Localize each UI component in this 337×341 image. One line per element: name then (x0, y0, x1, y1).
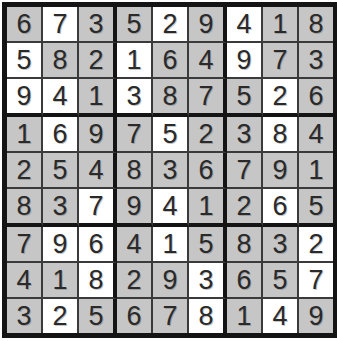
sudoku-cell-r5c4[interactable]: 8 (117, 153, 153, 189)
sudoku-cell-r5c1[interactable]: 2 (7, 153, 43, 189)
sudoku-cell-r3c8[interactable]: 2 (263, 79, 299, 117)
sudoku-cell-r9c2[interactable]: 2 (43, 299, 79, 333)
sudoku-cell-r8c7[interactable]: 6 (227, 263, 263, 299)
sudoku-cell-r5c5[interactable]: 3 (153, 153, 189, 189)
sudoku-cell-r9c8[interactable]: 4 (263, 299, 299, 333)
sudoku-cell-r5c7[interactable]: 7 (227, 153, 263, 189)
page: 6735294185821649739413875261697523842548… (0, 0, 337, 338)
sudoku-cell-r1c9[interactable]: 8 (299, 7, 333, 43)
sudoku-cell-r2c1[interactable]: 5 (7, 43, 43, 79)
sudoku-cell-r8c6[interactable]: 3 (189, 263, 227, 299)
sudoku-cell-r7c7[interactable]: 8 (227, 227, 263, 263)
sudoku-cell-r8c4[interactable]: 2 (117, 263, 153, 299)
sudoku-cell-r3c2[interactable]: 4 (43, 79, 79, 117)
sudoku-board: 6735294185821649739413875261697523842548… (2, 2, 337, 338)
sudoku-cell-r8c9[interactable]: 7 (299, 263, 333, 299)
sudoku-cell-r1c8[interactable]: 1 (263, 7, 299, 43)
sudoku-cell-r5c2[interactable]: 5 (43, 153, 79, 189)
sudoku-cell-r9c7[interactable]: 1 (227, 299, 263, 333)
sudoku-cell-r7c4[interactable]: 4 (117, 227, 153, 263)
sudoku-cell-r1c7[interactable]: 4 (227, 7, 263, 43)
sudoku-cell-r4c8[interactable]: 8 (263, 117, 299, 153)
sudoku-cell-r3c5[interactable]: 8 (153, 79, 189, 117)
sudoku-cell-r2c2[interactable]: 8 (43, 43, 79, 79)
sudoku-cell-r4c3[interactable]: 9 (79, 117, 117, 153)
sudoku-cell-r4c2[interactable]: 6 (43, 117, 79, 153)
sudoku-cell-r3c6[interactable]: 7 (189, 79, 227, 117)
sudoku-cell-r8c3[interactable]: 8 (79, 263, 117, 299)
sudoku-cell-r8c2[interactable]: 1 (43, 263, 79, 299)
sudoku-cell-r7c8[interactable]: 3 (263, 227, 299, 263)
sudoku-cell-r4c4[interactable]: 7 (117, 117, 153, 153)
sudoku-cell-r3c1[interactable]: 9 (7, 79, 43, 117)
sudoku-cell-r6c3[interactable]: 7 (79, 189, 117, 227)
sudoku-cell-r1c4[interactable]: 5 (117, 7, 153, 43)
sudoku-cell-r2c6[interactable]: 4 (189, 43, 227, 79)
sudoku-cell-r6c1[interactable]: 8 (7, 189, 43, 227)
sudoku-cell-r7c5[interactable]: 1 (153, 227, 189, 263)
sudoku-cell-r1c5[interactable]: 2 (153, 7, 189, 43)
sudoku-cell-r9c3[interactable]: 5 (79, 299, 117, 333)
sudoku-cell-r3c4[interactable]: 3 (117, 79, 153, 117)
sudoku-cell-r9c1[interactable]: 3 (7, 299, 43, 333)
sudoku-cell-r7c9[interactable]: 2 (299, 227, 333, 263)
sudoku-cell-r5c8[interactable]: 9 (263, 153, 299, 189)
sudoku-cell-r4c1[interactable]: 1 (7, 117, 43, 153)
sudoku-cell-r5c3[interactable]: 4 (79, 153, 117, 189)
sudoku-cell-r2c3[interactable]: 2 (79, 43, 117, 79)
sudoku-cell-r1c1[interactable]: 6 (7, 7, 43, 43)
sudoku-cell-r3c3[interactable]: 1 (79, 79, 117, 117)
sudoku-cell-r9c6[interactable]: 8 (189, 299, 227, 333)
sudoku-cell-r6c7[interactable]: 2 (227, 189, 263, 227)
sudoku-cell-r1c2[interactable]: 7 (43, 7, 79, 43)
sudoku-cell-r3c9[interactable]: 6 (299, 79, 333, 117)
sudoku-cell-r4c7[interactable]: 3 (227, 117, 263, 153)
sudoku-cell-r6c6[interactable]: 1 (189, 189, 227, 227)
sudoku-cell-r8c5[interactable]: 9 (153, 263, 189, 299)
sudoku-cell-r6c9[interactable]: 5 (299, 189, 333, 227)
sudoku-cell-r2c9[interactable]: 3 (299, 43, 333, 79)
sudoku-cell-r9c4[interactable]: 6 (117, 299, 153, 333)
sudoku-cell-r1c3[interactable]: 3 (79, 7, 117, 43)
sudoku-cell-r7c6[interactable]: 5 (189, 227, 227, 263)
sudoku-cell-r4c5[interactable]: 5 (153, 117, 189, 153)
sudoku-cell-r8c8[interactable]: 5 (263, 263, 299, 299)
sudoku-cell-r6c5[interactable]: 4 (153, 189, 189, 227)
sudoku-cell-r2c7[interactable]: 9 (227, 43, 263, 79)
sudoku-cell-r3c7[interactable]: 5 (227, 79, 263, 117)
sudoku-cell-r4c6[interactable]: 2 (189, 117, 227, 153)
sudoku-cell-r8c1[interactable]: 4 (7, 263, 43, 299)
sudoku-cell-r7c3[interactable]: 6 (79, 227, 117, 263)
sudoku-cell-r2c5[interactable]: 6 (153, 43, 189, 79)
sudoku-cell-r7c1[interactable]: 7 (7, 227, 43, 263)
sudoku-cell-r5c6[interactable]: 6 (189, 153, 227, 189)
sudoku-cell-r2c8[interactable]: 7 (263, 43, 299, 79)
sudoku-cell-r6c8[interactable]: 6 (263, 189, 299, 227)
sudoku-cell-r9c5[interactable]: 7 (153, 299, 189, 333)
sudoku-cell-r4c9[interactable]: 4 (299, 117, 333, 153)
sudoku-cell-r1c6[interactable]: 9 (189, 7, 227, 43)
sudoku-cell-r6c4[interactable]: 9 (117, 189, 153, 227)
sudoku-cell-r7c2[interactable]: 9 (43, 227, 79, 263)
sudoku-cell-r6c2[interactable]: 3 (43, 189, 79, 227)
sudoku-cell-r2c4[interactable]: 1 (117, 43, 153, 79)
sudoku-cell-r5c9[interactable]: 1 (299, 153, 333, 189)
sudoku-cell-r9c9[interactable]: 9 (299, 299, 333, 333)
